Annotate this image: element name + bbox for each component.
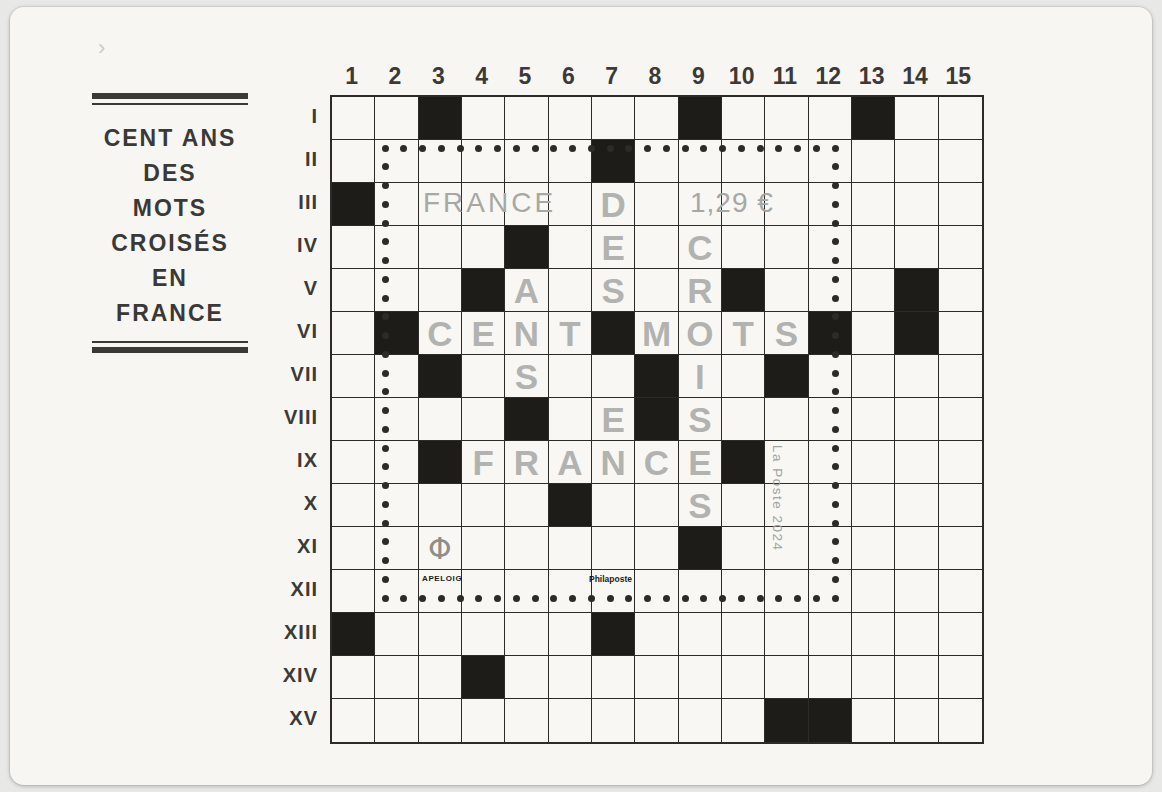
cell-XV-1[interactable] <box>332 699 375 742</box>
cell-II-5[interactable] <box>505 140 548 183</box>
cell-X-11[interactable] <box>765 484 808 527</box>
cell-X-9[interactable]: S <box>679 484 722 527</box>
cell-VII-7[interactable] <box>592 355 635 398</box>
cell-XV-8[interactable] <box>635 699 678 742</box>
cell-IV-14[interactable] <box>895 226 938 269</box>
cell-VII-5[interactable]: S <box>505 355 548 398</box>
cell-XI-4[interactable] <box>462 527 505 570</box>
cell-XIII-1 <box>332 613 375 656</box>
row-label-I: I <box>270 95 318 138</box>
cell-IV-4[interactable] <box>462 226 505 269</box>
cell-VII-15[interactable] <box>939 355 982 398</box>
cell-VII-3 <box>419 355 462 398</box>
cell-VIII-14[interactable] <box>895 398 938 441</box>
cell-XIII-15[interactable] <box>939 613 982 656</box>
cell-VIII-10[interactable] <box>722 398 765 441</box>
cell-VII-2[interactable] <box>375 355 418 398</box>
preprinted-letter-F: F <box>472 445 493 480</box>
cell-XIV-4 <box>462 656 505 699</box>
cell-I-10[interactable] <box>722 97 765 140</box>
cell-XV-10[interactable] <box>722 699 765 742</box>
cell-X-7[interactable] <box>592 484 635 527</box>
cell-IV-7[interactable]: E <box>592 226 635 269</box>
cell-XV-6[interactable] <box>549 699 592 742</box>
cell-V-7[interactable]: S <box>592 269 635 312</box>
cell-III-15[interactable] <box>939 183 982 226</box>
cell-VI-2 <box>375 312 418 355</box>
preprinted-letter-I: I <box>695 359 705 394</box>
cell-VII-12[interactable] <box>809 355 852 398</box>
cell-III-9[interactable] <box>679 183 722 226</box>
cell-VII-13[interactable] <box>852 355 895 398</box>
col-label-1: 1 <box>330 59 373 93</box>
row-label-XIV: XIV <box>270 654 318 697</box>
cell-V-6[interactable] <box>549 269 592 312</box>
title-panel: CENT ANS DES MOTS CROISÉS EN FRANCE <box>92 93 248 353</box>
cell-X-15[interactable] <box>939 484 982 527</box>
col-label-12: 12 <box>807 59 850 93</box>
cell-XI-3[interactable]: Φ <box>419 527 462 570</box>
cell-IV-8[interactable] <box>635 226 678 269</box>
cell-XI-11[interactable] <box>765 527 808 570</box>
preprinted-letter-A: A <box>514 273 539 308</box>
cell-VII-6[interactable] <box>549 355 592 398</box>
title-rule-bottom-thin <box>92 341 248 343</box>
title-line: DES <box>92 156 248 191</box>
cell-XIII-14[interactable] <box>895 613 938 656</box>
cell-IX-15[interactable] <box>939 441 982 484</box>
cell-II-11[interactable] <box>765 140 808 183</box>
cell-VIII-1[interactable] <box>332 398 375 441</box>
cell-VIII-8 <box>635 398 678 441</box>
cell-XII-10[interactable] <box>722 570 765 613</box>
cell-XIII-9[interactable] <box>679 613 722 656</box>
cell-X-6 <box>549 484 592 527</box>
cell-XI-12[interactable] <box>809 527 852 570</box>
cell-XII-4[interactable] <box>462 570 505 613</box>
cell-IX-4[interactable]: F <box>462 441 505 484</box>
cell-V-1[interactable] <box>332 269 375 312</box>
cell-XIV-3[interactable] <box>419 656 462 699</box>
cell-XV-7[interactable] <box>592 699 635 742</box>
cell-VI-9[interactable]: O <box>679 312 722 355</box>
cell-II-6[interactable] <box>549 140 592 183</box>
col-label-3: 3 <box>417 59 460 93</box>
cell-VIII-13[interactable] <box>852 398 895 441</box>
cell-XIV-8[interactable] <box>635 656 678 699</box>
cell-XII-2[interactable] <box>375 570 418 613</box>
cell-V-2[interactable] <box>375 269 418 312</box>
cell-V-13[interactable] <box>852 269 895 312</box>
cell-VI-12 <box>809 312 852 355</box>
cell-IV-1[interactable] <box>332 226 375 269</box>
cell-I-5[interactable] <box>505 97 548 140</box>
title-line: EN <box>92 261 248 296</box>
preprinted-letter-S: S <box>601 273 624 308</box>
cell-XIV-1[interactable] <box>332 656 375 699</box>
cell-VIII-15[interactable] <box>939 398 982 441</box>
cell-X-5[interactable] <box>505 484 548 527</box>
cell-IX-7[interactable]: N <box>592 441 635 484</box>
cell-XV-13[interactable] <box>852 699 895 742</box>
row-label-IV: IV <box>270 224 318 267</box>
cell-V-15[interactable] <box>939 269 982 312</box>
preprinted-letter-E: E <box>688 445 711 480</box>
cell-I-3 <box>419 97 462 140</box>
row-label-VII: VII <box>270 353 318 396</box>
cell-XI-9 <box>679 527 722 570</box>
cell-IV-15[interactable] <box>939 226 982 269</box>
row-label-XV: XV <box>270 697 318 740</box>
cell-III-7[interactable]: D <box>592 183 635 226</box>
cell-IV-2[interactable] <box>375 226 418 269</box>
cell-IV-12[interactable] <box>809 226 852 269</box>
cell-XIV-12[interactable] <box>809 656 852 699</box>
cell-I-4[interactable] <box>462 97 505 140</box>
col-label-15: 15 <box>937 59 980 93</box>
row-label-XII: XII <box>270 568 318 611</box>
cell-IV-10[interactable] <box>722 226 765 269</box>
row-label-VIII: VIII <box>270 396 318 439</box>
col-label-9: 9 <box>677 59 720 93</box>
cell-X-10[interactable] <box>722 484 765 527</box>
col-label-4: 4 <box>460 59 503 93</box>
cell-X-4[interactable] <box>462 484 505 527</box>
cell-XIII-3[interactable] <box>419 613 462 656</box>
title-rule-bottom-thick <box>92 347 248 353</box>
cell-I-15[interactable] <box>939 97 982 140</box>
preprinted-letter-S: S <box>515 359 538 394</box>
row-label-VI: VI <box>270 310 318 353</box>
cell-III-12[interactable] <box>809 183 852 226</box>
cell-IX-3 <box>419 441 462 484</box>
cell-III-3[interactable] <box>419 183 462 226</box>
cell-X-12[interactable] <box>809 484 852 527</box>
cell-II-9[interactable] <box>679 140 722 183</box>
cell-XII-8[interactable] <box>635 570 678 613</box>
cell-XII-14[interactable] <box>895 570 938 613</box>
title-line: CROISÉS <box>92 226 248 261</box>
preprinted-letter-C: C <box>427 316 452 351</box>
col-label-13: 13 <box>850 59 893 93</box>
cell-XII-12[interactable] <box>809 570 852 613</box>
col-label-7: 7 <box>590 59 633 93</box>
preprinted-letter-M: M <box>642 316 671 351</box>
cell-II-4[interactable] <box>462 140 505 183</box>
cell-VII-4[interactable] <box>462 355 505 398</box>
col-label-8: 8 <box>633 59 676 93</box>
cell-I-14[interactable] <box>895 97 938 140</box>
cell-XV-5[interactable] <box>505 699 548 742</box>
cell-VIII-4[interactable] <box>462 398 505 441</box>
preprinted-letter-E: E <box>471 316 494 351</box>
cell-IV-9[interactable]: C <box>679 226 722 269</box>
cell-II-12[interactable] <box>809 140 852 183</box>
cell-IX-14[interactable] <box>895 441 938 484</box>
cell-II-1[interactable] <box>332 140 375 183</box>
cell-XI-15[interactable] <box>939 527 982 570</box>
row-label-V: V <box>270 267 318 310</box>
cell-XIII-6[interactable] <box>549 613 592 656</box>
cell-XIV-7[interactable] <box>592 656 635 699</box>
cell-VI-14 <box>895 312 938 355</box>
cell-III-6[interactable] <box>549 183 592 226</box>
cell-IX-8[interactable]: C <box>635 441 678 484</box>
cell-XV-12 <box>809 699 852 742</box>
cell-IX-1[interactable] <box>332 441 375 484</box>
title-line: CENT ANS <box>92 121 248 156</box>
col-label-2: 2 <box>373 59 416 93</box>
cell-III-11[interactable] <box>765 183 808 226</box>
cell-II-10[interactable] <box>722 140 765 183</box>
cell-XIII-7 <box>592 613 635 656</box>
cell-V-12[interactable] <box>809 269 852 312</box>
cell-XI-7[interactable] <box>592 527 635 570</box>
cell-X-1[interactable] <box>332 484 375 527</box>
cell-III-5[interactable] <box>505 183 548 226</box>
cell-VIII-9[interactable]: S <box>679 398 722 441</box>
cell-II-14[interactable] <box>895 140 938 183</box>
cell-III-2[interactable] <box>375 183 418 226</box>
cell-II-15[interactable] <box>939 140 982 183</box>
cell-IX-9[interactable]: E <box>679 441 722 484</box>
cell-I-11[interactable] <box>765 97 808 140</box>
preprinted-letter-C: C <box>644 445 669 480</box>
cell-V-4 <box>462 269 505 312</box>
preprinted-letter-S: S <box>688 402 711 437</box>
cell-X-3[interactable] <box>419 484 462 527</box>
preprinted-letter-C: C <box>687 230 712 265</box>
preprinted-letter-S: S <box>688 488 711 523</box>
cell-XIII-11[interactable] <box>765 613 808 656</box>
cell-XIII-5[interactable] <box>505 613 548 656</box>
cell-XIV-15[interactable] <box>939 656 982 699</box>
preprinted-letter-N: N <box>601 445 626 480</box>
cell-I-7[interactable] <box>592 97 635 140</box>
row-label-III: III <box>270 181 318 224</box>
cell-IX-5[interactable]: R <box>505 441 548 484</box>
cell-XII-1[interactable] <box>332 570 375 613</box>
preprinted-letter-T: T <box>732 316 753 351</box>
cell-I-13 <box>852 97 895 140</box>
cell-XI-5[interactable] <box>505 527 548 570</box>
cell-XI-14[interactable] <box>895 527 938 570</box>
row-label-XIII: XIII <box>270 611 318 654</box>
cell-XIV-13[interactable] <box>852 656 895 699</box>
cell-IX-2[interactable] <box>375 441 418 484</box>
cell-IX-12[interactable] <box>809 441 852 484</box>
preprinted-letter-R: R <box>514 445 539 480</box>
cell-VI-6[interactable]: T <box>549 312 592 355</box>
preprinted-letter-A: A <box>557 445 582 480</box>
cell-VIII-5 <box>505 398 548 441</box>
cell-VIII-2[interactable] <box>375 398 418 441</box>
cell-XIV-6[interactable] <box>549 656 592 699</box>
cell-VIII-12[interactable] <box>809 398 852 441</box>
cell-II-3[interactable] <box>419 140 462 183</box>
cell-X-2[interactable] <box>375 484 418 527</box>
preprinted-letter-D: D <box>601 187 626 222</box>
preprinted-letter-R: R <box>687 273 712 308</box>
cell-IX-10 <box>722 441 765 484</box>
cell-VII-1[interactable] <box>332 355 375 398</box>
cell-X-13[interactable] <box>852 484 895 527</box>
cell-VIII-7[interactable]: E <box>592 398 635 441</box>
cell-XIII-13[interactable] <box>852 613 895 656</box>
cell-VII-11 <box>765 355 808 398</box>
cell-XV-3[interactable] <box>419 699 462 742</box>
preprinted-letter-E: E <box>601 402 624 437</box>
cell-II-2[interactable] <box>375 140 418 183</box>
preprinted-letter-S: S <box>775 316 798 351</box>
cell-V-10 <box>722 269 765 312</box>
cell-VII-14[interactable] <box>895 355 938 398</box>
cell-VI-3[interactable]: C <box>419 312 462 355</box>
cell-XII-5[interactable] <box>505 570 548 613</box>
cell-V-14 <box>895 269 938 312</box>
cell-XIV-14[interactable] <box>895 656 938 699</box>
cell-XIV-11[interactable] <box>765 656 808 699</box>
cell-IV-3[interactable] <box>419 226 462 269</box>
title-line: FRANCE <box>92 296 248 331</box>
cell-XIII-12[interactable] <box>809 613 852 656</box>
cell-IX-6[interactable]: A <box>549 441 592 484</box>
cell-XII-13[interactable] <box>852 570 895 613</box>
cell-I-1[interactable] <box>332 97 375 140</box>
cell-VIII-6[interactable] <box>549 398 592 441</box>
cell-XIII-2[interactable] <box>375 613 418 656</box>
cell-V-5[interactable]: A <box>505 269 548 312</box>
cell-V-11[interactable] <box>765 269 808 312</box>
row-labels: IIIIIIIVVVIVIIVIIIIXXXIXIIXIIIXIVXV <box>270 95 318 740</box>
cell-III-8[interactable] <box>635 183 678 226</box>
col-label-10: 10 <box>720 59 763 93</box>
cell-VI-7 <box>592 312 635 355</box>
cell-II-8[interactable] <box>635 140 678 183</box>
title-line: MOTS <box>92 191 248 226</box>
crossword-grid: DECASRCENTMOTSSIESFRANCESΦ <box>330 95 984 744</box>
cell-XI-13[interactable] <box>852 527 895 570</box>
cell-IV-5 <box>505 226 548 269</box>
cell-IX-11[interactable] <box>765 441 808 484</box>
column-labels: 123456789101112131415 <box>330 59 980 93</box>
cell-XIII-4[interactable] <box>462 613 505 656</box>
cell-VI-8[interactable]: M <box>635 312 678 355</box>
cell-XIII-8[interactable] <box>635 613 678 656</box>
cell-XI-1[interactable] <box>332 527 375 570</box>
cell-XV-15[interactable] <box>939 699 982 742</box>
cell-I-6[interactable] <box>549 97 592 140</box>
title-rule-top-thick <box>92 93 248 99</box>
cell-XII-7[interactable] <box>592 570 635 613</box>
cell-XV-4[interactable] <box>462 699 505 742</box>
cell-VI-10[interactable]: T <box>722 312 765 355</box>
cell-III-10[interactable] <box>722 183 765 226</box>
cell-VI-11[interactable]: S <box>765 312 808 355</box>
title-rule-top-thin <box>92 103 248 105</box>
sheet-title: CENT ANS DES MOTS CROISÉS EN FRANCE <box>92 121 248 331</box>
cell-VIII-3[interactable] <box>419 398 462 441</box>
cell-XIV-9[interactable] <box>679 656 722 699</box>
cell-XII-11[interactable] <box>765 570 808 613</box>
col-label-5: 5 <box>503 59 546 93</box>
cell-X-8[interactable] <box>635 484 678 527</box>
cell-V-8[interactable] <box>635 269 678 312</box>
cell-VI-1[interactable] <box>332 312 375 355</box>
cell-XII-9[interactable] <box>679 570 722 613</box>
preprinted-letter-T: T <box>559 316 580 351</box>
cell-XII-6[interactable] <box>549 570 592 613</box>
cell-I-12[interactable] <box>809 97 852 140</box>
cell-XV-11 <box>765 699 808 742</box>
row-label-X: X <box>270 482 318 525</box>
cell-VII-8 <box>635 355 678 398</box>
cell-XV-9[interactable] <box>679 699 722 742</box>
chevron-print-mark: › <box>98 35 105 61</box>
cell-III-13[interactable] <box>852 183 895 226</box>
preprinted-letter-E: E <box>601 230 624 265</box>
cell-XI-2[interactable] <box>375 527 418 570</box>
cell-VI-13[interactable] <box>852 312 895 355</box>
cell-XIV-5[interactable] <box>505 656 548 699</box>
cell-I-9 <box>679 97 722 140</box>
cell-III-14[interactable] <box>895 183 938 226</box>
phi-symbol: Φ <box>428 531 452 566</box>
cell-VII-9[interactable]: I <box>679 355 722 398</box>
preprinted-letter-N: N <box>514 316 539 351</box>
cell-VI-4[interactable]: E <box>462 312 505 355</box>
cell-I-8[interactable] <box>635 97 678 140</box>
cell-VI-15[interactable] <box>939 312 982 355</box>
cell-XI-8[interactable] <box>635 527 678 570</box>
stamp-sheet-card: › CENT ANS DES MOTS CROISÉS EN FRANCE 12… <box>10 7 1152 785</box>
cell-III-4[interactable] <box>462 183 505 226</box>
cell-XI-6[interactable] <box>549 527 592 570</box>
cell-IV-11[interactable] <box>765 226 808 269</box>
cell-XIV-10[interactable] <box>722 656 765 699</box>
cell-XIV-2[interactable] <box>375 656 418 699</box>
cell-IX-13[interactable] <box>852 441 895 484</box>
col-label-14: 14 <box>893 59 936 93</box>
crossword-board-area: 123456789101112131415 IIIIIIIVVVIVIIVIII… <box>270 51 1030 771</box>
row-label-IX: IX <box>270 439 318 482</box>
cell-XV-2[interactable] <box>375 699 418 742</box>
cell-V-9[interactable]: R <box>679 269 722 312</box>
cell-X-14[interactable] <box>895 484 938 527</box>
cell-III-1 <box>332 183 375 226</box>
col-label-6: 6 <box>547 59 590 93</box>
row-label-II: II <box>270 138 318 181</box>
cell-VII-10[interactable] <box>722 355 765 398</box>
cell-II-7 <box>592 140 635 183</box>
cell-XIII-10[interactable] <box>722 613 765 656</box>
cell-I-2[interactable] <box>375 97 418 140</box>
cell-V-3[interactable] <box>419 269 462 312</box>
col-label-11: 11 <box>763 59 806 93</box>
cell-XI-10[interactable] <box>722 527 765 570</box>
preprinted-letter-O: O <box>686 316 713 351</box>
cell-XII-15[interactable] <box>939 570 982 613</box>
cell-II-13[interactable] <box>852 140 895 183</box>
cell-XV-14[interactable] <box>895 699 938 742</box>
cell-IV-13[interactable] <box>852 226 895 269</box>
cell-XII-3[interactable] <box>419 570 462 613</box>
cell-VIII-11[interactable] <box>765 398 808 441</box>
row-label-XI: XI <box>270 525 318 568</box>
cell-IV-6[interactable] <box>549 226 592 269</box>
cell-VI-5[interactable]: N <box>505 312 548 355</box>
